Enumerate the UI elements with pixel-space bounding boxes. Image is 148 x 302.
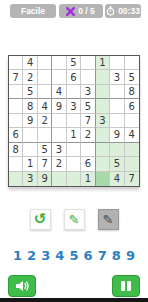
cell-r8c9[interactable] (125, 157, 139, 171)
cell-r3c4[interactable]: 4 (52, 85, 66, 99)
number-pad: 123456789 (13, 247, 135, 263)
cell-r9c9[interactable]: 7 (125, 172, 139, 186)
cell-r1c1[interactable] (9, 56, 23, 70)
pause-button[interactable] (112, 275, 140, 297)
stopwatch-icon (106, 6, 115, 16)
sudoku-grid: 4517263554388493569273612948531726539147 (9, 56, 139, 186)
cell-r3c7[interactable] (96, 85, 110, 99)
cell-r5c6[interactable]: 7 (81, 114, 95, 128)
cell-r6c1[interactable]: 6 (9, 128, 23, 142)
cell-r7c6[interactable] (81, 143, 95, 157)
numpad-4[interactable]: 4 (55, 248, 64, 263)
cell-r2c5[interactable]: 6 (67, 70, 81, 84)
cell-r7c3[interactable]: 5 (38, 143, 52, 157)
numpad-6[interactable]: 6 (84, 248, 93, 263)
numpad-2[interactable]: 2 (27, 248, 36, 263)
pen-button[interactable]: ✎ (98, 209, 119, 230)
cell-r2c3[interactable] (38, 70, 52, 84)
cell-r9c3[interactable]: 9 (38, 172, 52, 186)
cell-r3c8[interactable] (110, 85, 124, 99)
notes-pencil-icon: ✎ (69, 213, 80, 226)
cell-r4c7[interactable] (96, 99, 110, 113)
cell-r7c2[interactable] (23, 143, 37, 157)
undo-button[interactable]: ↺ (30, 209, 51, 230)
cell-r1c4[interactable] (52, 56, 66, 70)
cell-r7c7[interactable] (96, 143, 110, 157)
sudoku-board: 4517263554388493569273612948531726539147 (8, 55, 140, 187)
sound-button[interactable] (8, 275, 36, 297)
cell-r9c6[interactable]: 1 (81, 172, 95, 186)
cell-r7c1[interactable]: 8 (9, 143, 23, 157)
cell-r6c2[interactable] (23, 128, 37, 142)
cell-r3c9[interactable]: 8 (125, 85, 139, 99)
cell-r6c8[interactable]: 9 (110, 128, 124, 142)
cell-r8c2[interactable]: 1 (23, 157, 37, 171)
numpad-3[interactable]: 3 (41, 248, 50, 263)
cell-r9c5[interactable] (67, 172, 81, 186)
pause-icon (121, 281, 125, 291)
errors-count: 0 / 5 (78, 6, 95, 16)
numpad-8[interactable]: 8 (112, 248, 121, 263)
cell-r5c2[interactable]: 9 (23, 114, 37, 128)
cell-r5c8[interactable] (110, 114, 124, 128)
cell-r1c2[interactable]: 4 (23, 56, 37, 70)
undo-icon: ↺ (34, 212, 47, 227)
error-x-icon (66, 7, 75, 16)
pen-icon: ✎ (103, 213, 114, 226)
cell-r5c3[interactable]: 2 (38, 114, 52, 128)
cell-r4c3[interactable]: 4 (38, 99, 52, 113)
cell-r8c8[interactable]: 5 (110, 157, 124, 171)
timer-value: 00:33 (118, 6, 140, 16)
cell-r4c9[interactable]: 6 (125, 99, 139, 113)
cell-r5c7[interactable]: 3 (96, 114, 110, 128)
cell-r4c1[interactable] (9, 99, 23, 113)
notes-pencil-button[interactable]: ✎ (64, 209, 85, 230)
numpad-9[interactable]: 9 (126, 248, 135, 263)
cell-r3c1[interactable] (9, 85, 23, 99)
cell-r2c8[interactable]: 3 (110, 70, 124, 84)
cell-r6c6[interactable]: 2 (81, 128, 95, 142)
cell-r1c5[interactable]: 5 (67, 56, 81, 70)
cell-r3c2[interactable]: 5 (23, 85, 37, 99)
cell-r7c9[interactable] (125, 143, 139, 157)
cell-r6c4[interactable] (52, 128, 66, 142)
cell-r4c2[interactable]: 8 (23, 99, 37, 113)
tool-bar: ↺ ✎ ✎ (0, 209, 148, 230)
cell-r2c4[interactable] (52, 70, 66, 84)
cell-r7c5[interactable] (67, 143, 81, 157)
numpad-1[interactable]: 1 (13, 248, 22, 263)
cell-r3c5[interactable] (67, 85, 81, 99)
cell-r9c2[interactable]: 3 (23, 172, 37, 186)
cell-r2c6[interactable] (81, 70, 95, 84)
cell-r8c5[interactable] (67, 157, 81, 171)
cell-r8c7[interactable] (96, 157, 110, 171)
numpad-5[interactable]: 5 (69, 248, 78, 263)
cell-r8c3[interactable]: 7 (38, 157, 52, 171)
cell-r9c7[interactable] (96, 172, 110, 186)
cell-r9c4[interactable] (52, 172, 66, 186)
cell-r1c8[interactable] (110, 56, 124, 70)
cell-r2c1[interactable]: 7 (9, 70, 23, 84)
cell-r1c3[interactable] (38, 56, 52, 70)
numpad-7[interactable]: 7 (98, 248, 107, 263)
cell-r4c8[interactable] (110, 99, 124, 113)
cell-r5c9[interactable] (125, 114, 139, 128)
cell-r8c1[interactable] (9, 157, 23, 171)
cell-r4c5[interactable]: 3 (67, 99, 81, 113)
cell-r6c9[interactable]: 4 (125, 128, 139, 142)
cell-r3c3[interactable] (38, 85, 52, 99)
cell-r2c2[interactable]: 2 (23, 70, 37, 84)
cell-r2c7[interactable] (96, 70, 110, 84)
speaker-icon (15, 280, 30, 292)
cell-r9c1[interactable] (9, 172, 23, 186)
cell-r4c6[interactable]: 5 (81, 99, 95, 113)
cell-r3c6[interactable]: 3 (81, 85, 95, 99)
cell-r9c8[interactable]: 4 (110, 172, 124, 186)
timer-badge: 00:33 (105, 4, 141, 18)
cell-r2c9[interactable]: 5 (125, 70, 139, 84)
top-bar: Facile 0 / 5 00:33 (10, 4, 141, 18)
cell-r5c1[interactable] (9, 114, 23, 128)
cell-r1c9[interactable] (125, 56, 139, 70)
cell-r7c8[interactable] (110, 143, 124, 157)
cell-r5c5[interactable] (67, 114, 81, 128)
bottom-screen-edge (0, 298, 148, 302)
cell-r6c3[interactable] (38, 128, 52, 142)
difficulty-label: Facile (21, 6, 45, 16)
difficulty-badge[interactable]: Facile (10, 4, 56, 18)
cell-r4c4[interactable]: 9 (52, 99, 66, 113)
cell-r1c7[interactable]: 1 (96, 56, 110, 70)
cell-r6c5[interactable]: 1 (67, 128, 81, 142)
cell-r7c4[interactable]: 3 (52, 143, 66, 157)
cell-r8c6[interactable]: 6 (81, 157, 95, 171)
cell-r5c4[interactable] (52, 114, 66, 128)
cell-r6c7[interactable] (96, 128, 110, 142)
errors-badge: 0 / 5 (59, 4, 103, 18)
cell-r8c4[interactable]: 2 (52, 157, 66, 171)
cell-r1c6[interactable] (81, 56, 95, 70)
